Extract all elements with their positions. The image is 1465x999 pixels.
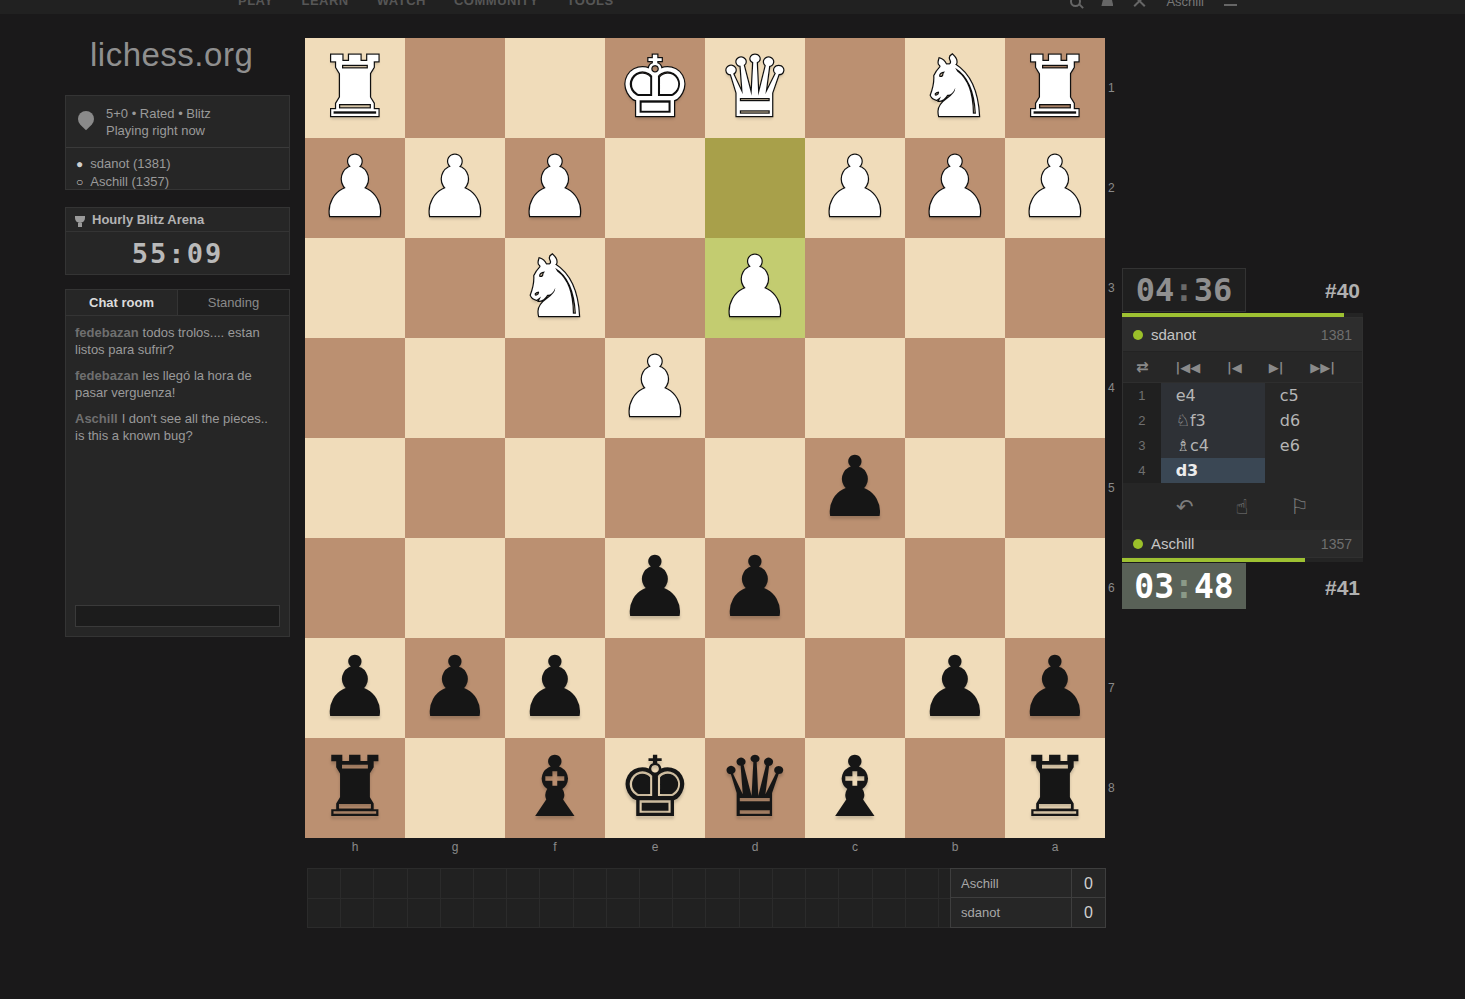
- move-time-cell: [640, 899, 672, 928]
- file-label: f: [505, 840, 605, 854]
- player-row-top[interactable]: sdanot 1381: [1123, 318, 1362, 352]
- online-dot-icon: [1133, 330, 1143, 340]
- move-black[interactable]: d6: [1265, 408, 1362, 433]
- move-time-cell: [673, 869, 705, 898]
- board[interactable]: ♜♚♛♞♜♟♟♟♟♟♟♞♟♟♟♟♟♟♟♟♟♟♜♝♚♛♝♜: [305, 38, 1105, 838]
- nav-item-play[interactable]: PLAY: [238, 0, 273, 8]
- last-move-icon[interactable]: ▶▶|: [1310, 360, 1335, 375]
- square-e5[interactable]: [605, 438, 705, 538]
- square-d6[interactable]: ♟: [705, 538, 805, 638]
- move-time-cell: [706, 899, 738, 928]
- white-knight[interactable]: ♞: [505, 238, 605, 336]
- move-time-cell: [308, 899, 340, 928]
- square-b4[interactable]: [905, 338, 1005, 438]
- move-time-cell: [873, 899, 905, 928]
- white-pawn[interactable]: ♟: [305, 138, 405, 236]
- white-knight[interactable]: ♞: [905, 38, 1005, 136]
- hamburger-icon[interactable]: [1224, 0, 1237, 6]
- square-d7[interactable]: [705, 638, 805, 738]
- move-time-cell: [806, 869, 838, 898]
- move-time-cell: [740, 899, 772, 928]
- move-time-cell: [773, 899, 805, 928]
- move-time-cell: [839, 869, 871, 898]
- move-time-cell: [673, 899, 705, 928]
- black-pawn[interactable]: ♟: [805, 438, 905, 536]
- file-label: g: [405, 840, 505, 854]
- nav-item-community[interactable]: COMMUNITY: [454, 0, 539, 8]
- black-rook[interactable]: ♜: [1005, 738, 1105, 836]
- square-f2[interactable]: ♟: [505, 138, 605, 238]
- move-time-cell: [341, 869, 373, 898]
- square-c5[interactable]: ♟: [805, 438, 905, 538]
- square-b6[interactable]: [905, 538, 1005, 638]
- time-control-label: 5+0 • Rated • Blitz: [106, 105, 211, 122]
- black-pawn[interactable]: ♟: [905, 638, 1005, 736]
- chat-panel: Chat room Standing fedebazantodos trolos…: [65, 289, 290, 637]
- game-status-label: Playing right now: [106, 122, 211, 139]
- move-time-cell: [374, 899, 406, 928]
- score-row[interactable]: Aschill0: [951, 869, 1105, 898]
- move-time-cell: [607, 869, 639, 898]
- square-b2[interactable]: ♟: [905, 138, 1005, 238]
- square-a1[interactable]: ♜: [1005, 38, 1105, 138]
- square-g2[interactable]: ♟: [405, 138, 505, 238]
- tab-chat-room[interactable]: Chat room: [66, 290, 177, 315]
- score-value: 0: [1071, 898, 1105, 927]
- rank-label: 7: [1108, 638, 1124, 738]
- file-label: h: [305, 840, 405, 854]
- nav-item-watch[interactable]: WATCH: [377, 0, 426, 8]
- rank-label: 1: [1108, 38, 1124, 138]
- move-number: 1: [1123, 383, 1161, 408]
- black-player-label: Aschill (1357): [90, 173, 169, 191]
- square-c4[interactable]: [805, 338, 905, 438]
- move-time-cell: [540, 899, 572, 928]
- chat-message: fedebazantodos trolos.... estan listos p…: [75, 324, 280, 358]
- move-time-cell: [839, 899, 871, 928]
- square-c8[interactable]: ♝: [805, 738, 905, 838]
- move-black[interactable]: e6: [1265, 433, 1362, 458]
- lichess-logo[interactable]: lichess.org: [90, 36, 300, 74]
- square-a7[interactable]: ♟: [1005, 638, 1105, 738]
- square-d5[interactable]: [705, 438, 805, 538]
- square-h4[interactable]: [305, 338, 405, 438]
- square-b1[interactable]: ♞: [905, 38, 1005, 138]
- square-f4[interactable]: [505, 338, 605, 438]
- square-a8[interactable]: ♜: [1005, 738, 1105, 838]
- challenge-icon[interactable]: [1133, 0, 1146, 8]
- rank-label: 2: [1108, 138, 1124, 238]
- arena-title: Hourly Blitz Arena: [92, 212, 204, 227]
- square-g8[interactable]: [405, 738, 505, 838]
- square-h8[interactable]: ♜: [305, 738, 405, 838]
- square-b8[interactable]: [905, 738, 1005, 838]
- next-move-icon[interactable]: ▶|: [1269, 360, 1284, 375]
- black-player-line[interactable]: ○ Aschill (1357): [76, 173, 279, 191]
- move-time-cell: [507, 899, 539, 928]
- move-black[interactable]: c5: [1265, 383, 1362, 408]
- move-time-cell: [574, 869, 606, 898]
- move-time-cell: [806, 899, 838, 928]
- black-pawn[interactable]: ♟: [1005, 638, 1105, 736]
- square-e7[interactable]: [605, 638, 705, 738]
- chat-message: fedebazanles llegó la hora de pasar verg…: [75, 367, 280, 401]
- game-number-top: #40: [1300, 279, 1360, 303]
- move-time-cell: [906, 869, 938, 898]
- move-time-cell: [441, 869, 473, 898]
- square-g7[interactable]: ♟: [405, 638, 505, 738]
- move-time-cell: [474, 899, 506, 928]
- arena-panel: Hourly Blitz Arena 55:09: [65, 207, 290, 275]
- square-g1[interactable]: [405, 38, 505, 138]
- square-h3[interactable]: [305, 238, 405, 338]
- game-number-bottom: #41: [1300, 576, 1360, 600]
- chat-input[interactable]: [75, 605, 280, 627]
- time-bar-black: [1122, 558, 1363, 562]
- black-rook[interactable]: ♜: [305, 738, 405, 836]
- black-king[interactable]: ♚: [605, 738, 705, 836]
- bell-icon[interactable]: [1101, 0, 1113, 6]
- search-icon[interactable]: [1070, 0, 1081, 7]
- black-pawn[interactable]: ♟: [405, 638, 505, 736]
- square-d1[interactable]: ♛: [705, 38, 805, 138]
- file-label: e: [605, 840, 705, 854]
- white-rook[interactable]: ♜: [1005, 38, 1105, 136]
- black-pawn[interactable]: ♟: [605, 538, 705, 636]
- player-top-name: sdanot: [1151, 326, 1313, 343]
- square-c2[interactable]: ♟: [805, 138, 905, 238]
- takeback-icon[interactable]: ↶: [1176, 495, 1194, 519]
- score-row[interactable]: sdanot0: [951, 898, 1105, 927]
- white-pawn[interactable]: ♟: [905, 138, 1005, 236]
- move-time-cell: [574, 899, 606, 928]
- move-number: 2: [1123, 408, 1161, 433]
- player-top-rating: 1381: [1321, 327, 1352, 343]
- game-info-panel: 5+0 • Rated • Blitz Playing right now ● …: [65, 95, 290, 190]
- move-white[interactable]: e4: [1161, 383, 1265, 408]
- square-d8[interactable]: ♛: [705, 738, 805, 838]
- rank-label: 8: [1108, 738, 1124, 838]
- score-player-name: Aschill: [951, 876, 1071, 891]
- square-h7[interactable]: ♟: [305, 638, 405, 738]
- square-f7[interactable]: ♟: [505, 638, 605, 738]
- replay-controls: ⇄ |◀◀ |◀ ▶| ▶▶|: [1123, 352, 1362, 383]
- move-time-cell: [607, 899, 639, 928]
- move-number: 4: [1123, 458, 1161, 483]
- square-f1[interactable]: [505, 38, 605, 138]
- move-black[interactable]: [1265, 458, 1362, 483]
- square-g5[interactable]: [405, 438, 505, 538]
- file-label: a: [1005, 840, 1105, 854]
- player-bottom-name: Aschill: [1151, 535, 1313, 552]
- square-c1[interactable]: [805, 38, 905, 138]
- resign-flag-icon[interactable]: ⚐: [1290, 495, 1309, 519]
- username-menu[interactable]: Aschill: [1166, 0, 1204, 9]
- square-g4[interactable]: [405, 338, 505, 438]
- blitz-flame-icon: [75, 108, 98, 131]
- square-e6[interactable]: ♟: [605, 538, 705, 638]
- first-move-icon[interactable]: |◀◀: [1175, 360, 1200, 375]
- move-time-cell: [408, 899, 440, 928]
- square-b3[interactable]: [905, 238, 1005, 338]
- move-time-cell: [706, 869, 738, 898]
- white-king[interactable]: ♚: [605, 38, 705, 136]
- move-white[interactable]: ♗c4: [1161, 433, 1265, 458]
- offer-draw-icon[interactable]: ☝: [1235, 495, 1248, 519]
- white-pawn[interactable]: ♟: [805, 138, 905, 236]
- white-pawn[interactable]: ♟: [605, 338, 705, 436]
- trophy-icon: [75, 216, 85, 223]
- prev-move-icon[interactable]: |◀: [1227, 360, 1242, 375]
- square-a5[interactable]: [1005, 438, 1105, 538]
- move-time-cell: [441, 899, 473, 928]
- square-e8[interactable]: ♚: [605, 738, 705, 838]
- move-time-cell: [873, 869, 905, 898]
- white-player-line[interactable]: ● sdanot (1381): [76, 155, 279, 173]
- move-time-cell: [540, 869, 572, 898]
- move-white[interactable]: ♘f3: [1161, 408, 1265, 433]
- white-rook[interactable]: ♜: [305, 38, 405, 136]
- arena-countdown: 55:09: [66, 232, 289, 274]
- chat-message: AschillI don't see all the pieces.. is t…: [75, 410, 280, 444]
- square-e4[interactable]: ♟: [605, 338, 705, 438]
- square-d2[interactable]: [705, 138, 805, 238]
- score-value: 0: [1071, 869, 1105, 898]
- black-disc-icon: ○: [76, 173, 83, 191]
- white-pawn[interactable]: ♟: [405, 138, 505, 236]
- square-a2[interactable]: ♟: [1005, 138, 1105, 238]
- tab-standing[interactable]: Standing: [177, 290, 289, 315]
- move-time-cell: [308, 869, 340, 898]
- clock-black: 03:48: [1122, 563, 1246, 609]
- square-e2[interactable]: [605, 138, 705, 238]
- score-player-name: sdanot: [951, 905, 1071, 920]
- square-b5[interactable]: [905, 438, 1005, 538]
- chat-messages: fedebazantodos trolos.... estan listos p…: [66, 316, 289, 461]
- file-labels: hgfedcba: [305, 840, 1105, 854]
- square-h5[interactable]: [305, 438, 405, 538]
- square-h1[interactable]: ♜: [305, 38, 405, 138]
- square-e1[interactable]: ♚: [605, 38, 705, 138]
- square-a6[interactable]: [1005, 538, 1105, 638]
- move-number: 3: [1123, 433, 1161, 458]
- white-pawn[interactable]: ♟: [705, 238, 805, 336]
- square-c6[interactable]: [805, 538, 905, 638]
- arena-header[interactable]: Hourly Blitz Arena: [66, 208, 289, 232]
- square-c3[interactable]: [805, 238, 905, 338]
- nav-item-tools[interactable]: TOOLS: [567, 0, 614, 8]
- file-label: d: [705, 840, 805, 854]
- move-time-cell: [408, 869, 440, 898]
- move-time-cell: [374, 869, 406, 898]
- game-actions: ↶ ☝ ⚐: [1122, 483, 1363, 530]
- online-dot-icon: [1133, 539, 1143, 549]
- square-d4[interactable]: [705, 338, 805, 438]
- square-a4[interactable]: [1005, 338, 1105, 438]
- square-f3[interactable]: ♞: [505, 238, 605, 338]
- move-time-cell: [507, 869, 539, 898]
- white-disc-icon: ●: [76, 155, 83, 173]
- move-time-cell: [341, 899, 373, 928]
- player-row-bottom[interactable]: Aschill 1357: [1123, 529, 1362, 557]
- flip-board-icon[interactable]: ⇄: [1136, 358, 1149, 376]
- white-pawn[interactable]: ♟: [505, 138, 605, 236]
- square-h6[interactable]: [305, 538, 405, 638]
- square-b7[interactable]: ♟: [905, 638, 1005, 738]
- square-f8[interactable]: ♝: [505, 738, 605, 838]
- square-e3[interactable]: [605, 238, 705, 338]
- white-player-label: sdanot (1381): [90, 155, 170, 173]
- black-bishop[interactable]: ♝: [805, 738, 905, 836]
- file-label: b: [905, 840, 1005, 854]
- nav-item-learn[interactable]: LEARN: [301, 0, 348, 8]
- square-c7[interactable]: [805, 638, 905, 738]
- square-f5[interactable]: [505, 438, 605, 538]
- black-pawn[interactable]: ♟: [705, 538, 805, 636]
- square-d3[interactable]: ♟: [705, 238, 805, 338]
- move-white[interactable]: d3: [1161, 458, 1265, 483]
- square-f6[interactable]: [505, 538, 605, 638]
- top-nav: PLAYLEARNWATCHCOMMUNITYTOOLS Aschill: [0, 0, 1465, 14]
- player-bottom-rating: 1357: [1321, 536, 1352, 552]
- move-time-cell: [906, 899, 938, 928]
- move-time-cell: [640, 869, 672, 898]
- score-table: Aschill0sdanot0: [950, 868, 1106, 928]
- move-time-cell: [474, 869, 506, 898]
- black-pawn[interactable]: ♟: [305, 638, 405, 736]
- white-pawn[interactable]: ♟: [1005, 138, 1105, 236]
- clock-white: 04:36: [1122, 268, 1246, 312]
- square-g3[interactable]: [405, 238, 505, 338]
- black-bishop[interactable]: ♝: [505, 738, 605, 836]
- file-label: c: [805, 840, 905, 854]
- black-queen[interactable]: ♛: [705, 738, 805, 836]
- square-g6[interactable]: [405, 538, 505, 638]
- move-list: 1e4c52♘f3d63♗c4e64d3: [1123, 383, 1362, 483]
- top-nav-items: PLAYLEARNWATCHCOMMUNITYTOOLS: [238, 0, 614, 14]
- square-a3[interactable]: [1005, 238, 1105, 338]
- move-time-cell: [740, 869, 772, 898]
- black-pawn[interactable]: ♟: [505, 638, 605, 736]
- white-queen[interactable]: ♛: [705, 38, 805, 136]
- square-h2[interactable]: ♟: [305, 138, 405, 238]
- move-time-cell: [773, 869, 805, 898]
